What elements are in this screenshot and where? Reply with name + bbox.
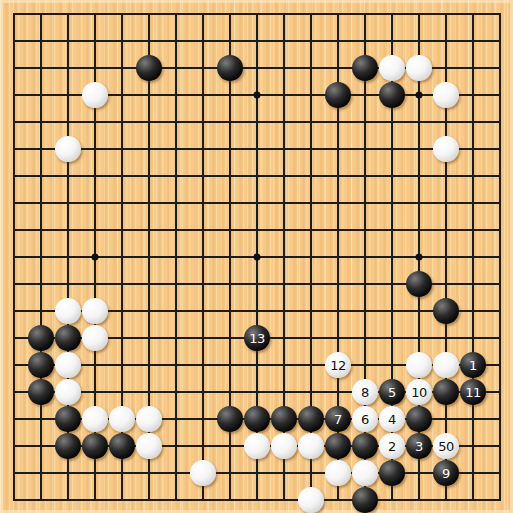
move-number-label: 9 [442, 467, 450, 480]
stone-black[interactable] [109, 433, 135, 459]
grid-line-vertical [472, 13, 474, 501]
stone-white[interactable] [136, 406, 162, 432]
stone-black[interactable] [379, 82, 405, 108]
move-number-label: 6 [361, 413, 369, 426]
stone-black-move-3[interactable]: 3 [406, 433, 432, 459]
stone-black[interactable] [433, 379, 459, 405]
stone-white[interactable] [325, 460, 351, 486]
move-number-label: 8 [361, 386, 369, 399]
star-point [254, 92, 261, 99]
stone-white-move-6[interactable]: 6 [352, 406, 378, 432]
stone-black-move-1[interactable]: 1 [460, 352, 486, 378]
stone-white-move-4[interactable]: 4 [379, 406, 405, 432]
stone-white[interactable] [298, 487, 324, 513]
stone-black[interactable] [325, 433, 351, 459]
stone-black[interactable] [379, 460, 405, 486]
stone-white-move-8[interactable]: 8 [352, 379, 378, 405]
stone-white[interactable] [55, 352, 81, 378]
stone-black[interactable] [28, 352, 54, 378]
stone-black[interactable] [406, 406, 432, 432]
move-number-label: 13 [249, 332, 265, 345]
stone-white[interactable] [82, 298, 108, 324]
stone-black[interactable] [298, 406, 324, 432]
stone-black[interactable] [136, 55, 162, 81]
stone-black[interactable] [55, 325, 81, 351]
stone-black[interactable] [352, 55, 378, 81]
move-number-label: 10 [411, 386, 427, 399]
stone-black[interactable] [325, 82, 351, 108]
stone-black-move-5[interactable]: 5 [379, 379, 405, 405]
stone-white[interactable] [109, 406, 135, 432]
stone-white[interactable] [298, 433, 324, 459]
grid-line-vertical [499, 13, 501, 501]
stone-white-move-12[interactable]: 12 [325, 352, 351, 378]
move-number-label: 2 [388, 440, 396, 453]
stone-black[interactable] [271, 406, 297, 432]
stone-white-move-10[interactable]: 10 [406, 379, 432, 405]
move-number-label: 5 [388, 386, 396, 399]
stone-white[interactable] [433, 352, 459, 378]
move-number-label: 12 [330, 359, 346, 372]
stone-white[interactable] [379, 55, 405, 81]
stone-white-move-2[interactable]: 2 [379, 433, 405, 459]
star-point [92, 254, 99, 261]
stone-white[interactable] [352, 460, 378, 486]
stone-white-move-50[interactable]: 50 [433, 433, 459, 459]
stone-black-move-13[interactable]: 13 [244, 325, 270, 351]
move-number-label: 3 [415, 440, 423, 453]
move-number-label: 11 [465, 386, 481, 399]
stone-black-move-7[interactable]: 7 [325, 406, 351, 432]
stone-white[interactable] [406, 352, 432, 378]
move-number-label: 50 [438, 440, 454, 453]
stone-white[interactable] [190, 460, 216, 486]
stone-black[interactable] [406, 271, 432, 297]
grid-line-horizontal [13, 472, 501, 474]
grid-line-horizontal [13, 499, 501, 501]
move-number-label: 4 [388, 413, 396, 426]
stone-white[interactable] [82, 406, 108, 432]
stone-white[interactable] [136, 433, 162, 459]
go-board[interactable]: 1312185101176423509 [0, 0, 513, 513]
stone-white[interactable] [82, 325, 108, 351]
stone-black[interactable] [217, 406, 243, 432]
stone-white[interactable] [55, 298, 81, 324]
stone-white[interactable] [244, 433, 270, 459]
stone-black[interactable] [55, 433, 81, 459]
stone-white[interactable] [55, 379, 81, 405]
stone-white[interactable] [82, 82, 108, 108]
star-point [416, 92, 423, 99]
stone-black[interactable] [55, 406, 81, 432]
stone-white[interactable] [433, 136, 459, 162]
stone-black[interactable] [217, 55, 243, 81]
star-point [254, 254, 261, 261]
stone-black[interactable] [82, 433, 108, 459]
move-number-label: 7 [334, 413, 342, 426]
stone-black[interactable] [28, 379, 54, 405]
stone-black-move-9[interactable]: 9 [433, 460, 459, 486]
stone-white[interactable] [406, 55, 432, 81]
stone-white[interactable] [271, 433, 297, 459]
stone-black[interactable] [352, 433, 378, 459]
stone-black[interactable] [28, 325, 54, 351]
stone-black[interactable] [352, 487, 378, 513]
star-point [416, 254, 423, 261]
stone-white[interactable] [55, 136, 81, 162]
stone-black[interactable] [244, 406, 270, 432]
stone-white[interactable] [433, 82, 459, 108]
stone-black-move-11[interactable]: 11 [460, 379, 486, 405]
stone-black[interactable] [433, 298, 459, 324]
move-number-label: 1 [469, 359, 477, 372]
